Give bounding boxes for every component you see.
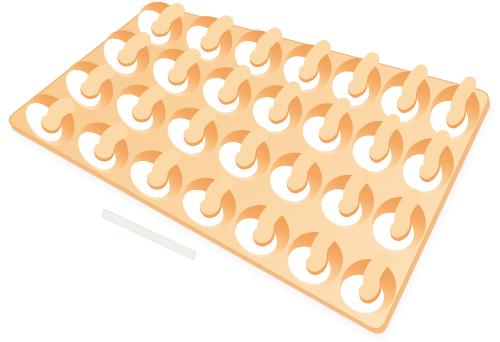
product-photo-stage	[0, 0, 500, 342]
mold-tray-photo	[0, 0, 500, 342]
